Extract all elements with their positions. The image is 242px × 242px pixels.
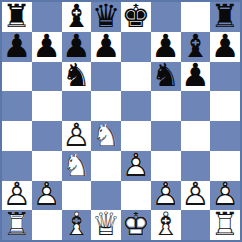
piece-black-pawn-icon[interactable]: ♟ bbox=[2, 32, 32, 62]
piece-white-pawn-icon[interactable]: ♟♙ bbox=[32, 181, 62, 211]
piece-white-knight-icon[interactable]: ♞♘ bbox=[62, 151, 92, 181]
square-b6[interactable] bbox=[32, 62, 62, 92]
piece-white-pawn-icon[interactable]: ♟♙ bbox=[121, 151, 151, 181]
square-e5[interactable] bbox=[121, 91, 151, 121]
square-c6[interactable]: ♞ bbox=[62, 62, 92, 92]
piece-white-king-icon[interactable]: ♚♔ bbox=[121, 210, 151, 240]
piece-black-pawn-icon[interactable]: ♟ bbox=[181, 62, 211, 92]
square-d7[interactable]: ♟ bbox=[91, 32, 121, 62]
square-g5[interactable] bbox=[181, 91, 211, 121]
piece-white-rook-icon[interactable]: ♜♖ bbox=[210, 210, 240, 240]
piece-white-bishop-icon[interactable]: ♝♗ bbox=[151, 210, 181, 240]
square-d4[interactable]: ♞♘ bbox=[91, 121, 121, 151]
square-e3[interactable]: ♟♙ bbox=[121, 151, 151, 181]
piece-white-pawn-icon[interactable]: ♟♙ bbox=[181, 181, 211, 211]
piece-black-pawn-icon[interactable]: ♟ bbox=[91, 32, 121, 62]
square-b1[interactable] bbox=[32, 210, 62, 240]
square-g6[interactable]: ♟ bbox=[181, 62, 211, 92]
square-g4[interactable] bbox=[181, 121, 211, 151]
square-h1[interactable]: ♜♖ bbox=[210, 210, 240, 240]
square-b2[interactable]: ♟♙ bbox=[32, 181, 62, 211]
square-a5[interactable] bbox=[2, 91, 32, 121]
square-b5[interactable] bbox=[32, 91, 62, 121]
chess-board: ♜♝♛♚♜♟♟♟♟♟♝♟♞♞♟♟♙♞♘♞♘♟♙♟♙♟♙♟♙♟♙♟♙♜♖♝♗♛♕♚… bbox=[0, 0, 242, 242]
square-h5[interactable] bbox=[210, 91, 240, 121]
square-e1[interactable]: ♚♔ bbox=[121, 210, 151, 240]
square-f1[interactable]: ♝♗ bbox=[151, 210, 181, 240]
square-a6[interactable] bbox=[2, 62, 32, 92]
square-f6[interactable]: ♞ bbox=[151, 62, 181, 92]
square-c1[interactable]: ♝♗ bbox=[62, 210, 92, 240]
square-h7[interactable]: ♟ bbox=[210, 32, 240, 62]
square-f4[interactable] bbox=[151, 121, 181, 151]
square-h6[interactable] bbox=[210, 62, 240, 92]
piece-white-queen-icon[interactable]: ♛♕ bbox=[91, 210, 121, 240]
piece-black-knight-icon[interactable]: ♞ bbox=[62, 62, 92, 92]
square-b7[interactable]: ♟ bbox=[32, 32, 62, 62]
piece-black-pawn-icon[interactable]: ♟ bbox=[32, 32, 62, 62]
piece-black-pawn-icon[interactable]: ♟ bbox=[210, 32, 240, 62]
square-a1[interactable]: ♜♖ bbox=[2, 210, 32, 240]
piece-black-king-icon[interactable]: ♚ bbox=[121, 2, 151, 32]
square-b4[interactable] bbox=[32, 121, 62, 151]
square-d1[interactable]: ♛♕ bbox=[91, 210, 121, 240]
piece-white-rook-icon[interactable]: ♜♖ bbox=[2, 210, 32, 240]
square-e6[interactable] bbox=[121, 62, 151, 92]
piece-black-knight-icon[interactable]: ♞ bbox=[151, 62, 181, 92]
square-f5[interactable] bbox=[151, 91, 181, 121]
square-d3[interactable] bbox=[91, 151, 121, 181]
square-h4[interactable] bbox=[210, 121, 240, 151]
square-e7[interactable] bbox=[121, 32, 151, 62]
square-c3[interactable]: ♞♘ bbox=[62, 151, 92, 181]
square-a7[interactable]: ♟ bbox=[2, 32, 32, 62]
square-a4[interactable] bbox=[2, 121, 32, 151]
square-e8[interactable]: ♚ bbox=[121, 2, 151, 32]
piece-white-knight-icon[interactable]: ♞♘ bbox=[91, 121, 121, 151]
square-d6[interactable] bbox=[91, 62, 121, 92]
square-g1[interactable] bbox=[181, 210, 211, 240]
piece-white-bishop-icon[interactable]: ♝♗ bbox=[62, 210, 92, 240]
square-g2[interactable]: ♟♙ bbox=[181, 181, 211, 211]
